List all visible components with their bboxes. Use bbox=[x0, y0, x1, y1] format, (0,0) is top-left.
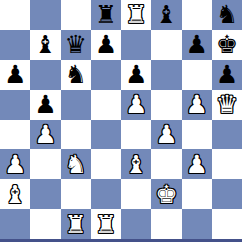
white-rook[interactable]: ♜ bbox=[95, 212, 117, 237]
square-c6[interactable]: ♞ bbox=[61, 60, 91, 90]
square-g4[interactable] bbox=[182, 120, 212, 150]
square-e3[interactable]: ♝ bbox=[121, 149, 151, 179]
square-f7[interactable] bbox=[151, 30, 181, 60]
square-g6[interactable] bbox=[182, 60, 212, 90]
square-a4[interactable] bbox=[0, 120, 30, 150]
square-d4[interactable] bbox=[91, 120, 121, 150]
square-h5[interactable]: ♛ bbox=[212, 90, 242, 120]
white-rook[interactable]: ♜ bbox=[64, 212, 86, 237]
square-d2[interactable] bbox=[91, 179, 121, 209]
black-pawn[interactable]: ♟ bbox=[4, 62, 26, 87]
square-d5[interactable] bbox=[91, 90, 121, 120]
square-f1[interactable] bbox=[151, 209, 181, 239]
square-g1[interactable] bbox=[182, 209, 212, 239]
white-pawn[interactable]: ♟ bbox=[185, 152, 207, 177]
black-queen[interactable]: ♛ bbox=[64, 32, 86, 57]
black-pawn[interactable]: ♟ bbox=[34, 92, 56, 117]
white-queen[interactable]: ♛ bbox=[216, 92, 238, 117]
white-rook[interactable]: ♜ bbox=[125, 2, 147, 27]
square-b6[interactable] bbox=[30, 60, 60, 90]
black-bishop[interactable]: ♝ bbox=[155, 2, 177, 27]
square-g7[interactable]: ♟ bbox=[182, 30, 212, 60]
square-c5[interactable] bbox=[61, 90, 91, 120]
square-e5[interactable]: ♟ bbox=[121, 90, 151, 120]
square-a6[interactable]: ♟ bbox=[0, 60, 30, 90]
square-h3[interactable] bbox=[212, 149, 242, 179]
white-pawn[interactable]: ♟ bbox=[155, 122, 177, 147]
square-a2[interactable]: ♝ bbox=[0, 179, 30, 209]
chess-board: ♜♜♝♞♝♛♟♟♚♟♞♟♟♟♟♟♛♟♟♟♞♝♟♝♚♜♜ bbox=[0, 0, 242, 242]
square-c4[interactable] bbox=[61, 120, 91, 150]
black-bishop[interactable]: ♝ bbox=[34, 32, 56, 57]
black-pawn[interactable]: ♟ bbox=[216, 62, 238, 87]
white-pawn[interactable]: ♟ bbox=[4, 152, 26, 177]
white-bishop[interactable]: ♝ bbox=[125, 152, 147, 177]
square-f3[interactable] bbox=[151, 149, 181, 179]
square-h1[interactable] bbox=[212, 209, 242, 239]
black-rook[interactable]: ♜ bbox=[95, 2, 117, 27]
white-pawn[interactable]: ♟ bbox=[185, 92, 207, 117]
square-c8[interactable] bbox=[61, 0, 91, 30]
black-pawn[interactable]: ♟ bbox=[185, 32, 207, 57]
square-h7[interactable]: ♚ bbox=[212, 30, 242, 60]
black-knight[interactable]: ♞ bbox=[64, 62, 86, 87]
black-king[interactable]: ♚ bbox=[216, 32, 238, 57]
square-b1[interactable] bbox=[30, 209, 60, 239]
white-bishop[interactable]: ♝ bbox=[4, 182, 26, 207]
square-e6[interactable]: ♟ bbox=[121, 60, 151, 90]
square-h8[interactable]: ♞ bbox=[212, 0, 242, 30]
square-a5[interactable] bbox=[0, 90, 30, 120]
square-b5[interactable]: ♟ bbox=[30, 90, 60, 120]
square-b3[interactable] bbox=[30, 149, 60, 179]
square-c7[interactable]: ♛ bbox=[61, 30, 91, 60]
square-g8[interactable] bbox=[182, 0, 212, 30]
square-d1[interactable]: ♜ bbox=[91, 209, 121, 239]
square-g3[interactable]: ♟ bbox=[182, 149, 212, 179]
square-a1[interactable] bbox=[0, 209, 30, 239]
square-c2[interactable] bbox=[61, 179, 91, 209]
square-b2[interactable] bbox=[30, 179, 60, 209]
square-g5[interactable]: ♟ bbox=[182, 90, 212, 120]
square-e8[interactable]: ♜ bbox=[121, 0, 151, 30]
square-h4[interactable] bbox=[212, 120, 242, 150]
square-b7[interactable]: ♝ bbox=[30, 30, 60, 60]
square-a8[interactable] bbox=[0, 0, 30, 30]
square-f5[interactable] bbox=[151, 90, 181, 120]
white-king[interactable]: ♚ bbox=[155, 182, 177, 207]
square-e2[interactable] bbox=[121, 179, 151, 209]
white-knight[interactable]: ♞ bbox=[64, 152, 86, 177]
square-f8[interactable]: ♝ bbox=[151, 0, 181, 30]
square-g2[interactable] bbox=[182, 179, 212, 209]
square-e7[interactable] bbox=[121, 30, 151, 60]
square-a7[interactable] bbox=[0, 30, 30, 60]
square-b4[interactable]: ♟ bbox=[30, 120, 60, 150]
square-a3[interactable]: ♟ bbox=[0, 149, 30, 179]
square-h6[interactable]: ♟ bbox=[212, 60, 242, 90]
white-pawn[interactable]: ♟ bbox=[125, 92, 147, 117]
square-f4[interactable]: ♟ bbox=[151, 120, 181, 150]
white-pawn[interactable]: ♟ bbox=[34, 122, 56, 147]
black-pawn[interactable]: ♟ bbox=[95, 32, 117, 57]
black-pawn[interactable]: ♟ bbox=[125, 62, 147, 87]
square-b8[interactable] bbox=[30, 0, 60, 30]
black-knight[interactable]: ♞ bbox=[216, 2, 238, 27]
square-f2[interactable]: ♚ bbox=[151, 179, 181, 209]
square-d7[interactable]: ♟ bbox=[91, 30, 121, 60]
square-f6[interactable] bbox=[151, 60, 181, 90]
square-e4[interactable] bbox=[121, 120, 151, 150]
square-h2[interactable] bbox=[212, 179, 242, 209]
square-d3[interactable] bbox=[91, 149, 121, 179]
square-d8[interactable]: ♜ bbox=[91, 0, 121, 30]
square-d6[interactable] bbox=[91, 60, 121, 90]
square-c3[interactable]: ♞ bbox=[61, 149, 91, 179]
square-e1[interactable] bbox=[121, 209, 151, 239]
square-c1[interactable]: ♜ bbox=[61, 209, 91, 239]
